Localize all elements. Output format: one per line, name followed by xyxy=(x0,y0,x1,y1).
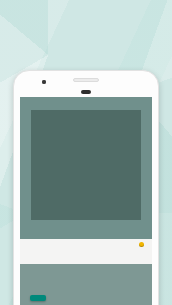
phone-screen xyxy=(20,97,152,305)
sudoku-board xyxy=(26,104,146,220)
earpiece-icon xyxy=(81,90,91,94)
speaker-slot xyxy=(73,78,99,82)
screen-lower-area xyxy=(20,264,152,305)
board-area xyxy=(20,97,152,223)
hint-bulb-icon xyxy=(139,242,144,247)
phone-mockup xyxy=(13,70,159,305)
row-labels-right xyxy=(141,110,146,220)
apply-button[interactable] xyxy=(30,295,46,301)
hint-toolbar xyxy=(20,223,152,239)
front-camera-icon xyxy=(42,80,46,84)
hint-panel xyxy=(20,239,152,264)
sudoku-grid xyxy=(31,110,141,220)
